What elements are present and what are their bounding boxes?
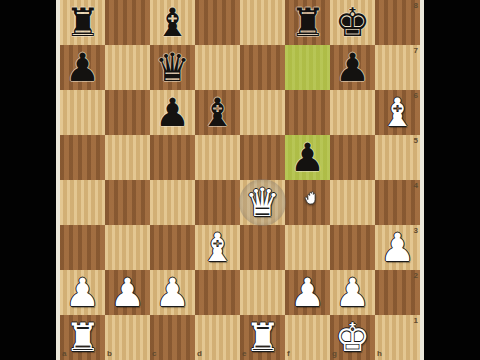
square-h1[interactable]: h1 [375, 315, 420, 360]
rank-label-1: 1 [414, 317, 418, 325]
black-rook[interactable]: ♜ [285, 0, 330, 45]
black-pawn[interactable]: ♟ [60, 45, 105, 90]
square-g8[interactable]: ♚ [330, 0, 375, 45]
square-f7[interactable] [285, 45, 330, 90]
square-h6[interactable]: 6♝ [375, 90, 420, 135]
black-pawn[interactable]: ♟ [330, 45, 375, 90]
square-a7[interactable]: ♟ [60, 45, 105, 90]
square-a1[interactable]: a♜ [60, 315, 105, 360]
black-bishop[interactable]: ♝ [195, 90, 240, 135]
square-a6[interactable] [60, 90, 105, 135]
square-d7[interactable] [195, 45, 240, 90]
square-h4[interactable]: 4 [375, 180, 420, 225]
square-d6[interactable]: ♝ [195, 90, 240, 135]
file-label-f: f [287, 350, 290, 358]
white-king[interactable]: ♚ [330, 315, 375, 360]
square-c5[interactable] [150, 135, 195, 180]
square-c3[interactable] [150, 225, 195, 270]
white-rook[interactable]: ♜ [240, 315, 285, 360]
file-label-h: h [377, 350, 382, 358]
rank-label-2: 2 [414, 272, 418, 280]
square-h5[interactable]: 5 [375, 135, 420, 180]
square-h2[interactable]: 2 [375, 270, 420, 315]
square-f2[interactable]: ♟ [285, 270, 330, 315]
square-c4[interactable] [150, 180, 195, 225]
square-b4[interactable] [105, 180, 150, 225]
square-b5[interactable] [105, 135, 150, 180]
square-h8[interactable]: 8 [375, 0, 420, 45]
white-bishop[interactable]: ♝ [375, 90, 420, 135]
black-king[interactable]: ♚ [330, 0, 375, 45]
square-e1[interactable]: e♜ [240, 315, 285, 360]
square-b3[interactable] [105, 225, 150, 270]
square-g7[interactable]: ♟ [330, 45, 375, 90]
square-a4[interactable] [60, 180, 105, 225]
square-g5[interactable] [330, 135, 375, 180]
square-d1[interactable]: d [195, 315, 240, 360]
square-a8[interactable]: ♜ [60, 0, 105, 45]
square-e2[interactable] [240, 270, 285, 315]
square-h7[interactable]: 7 [375, 45, 420, 90]
white-pawn[interactable]: ♟ [330, 270, 375, 315]
square-b6[interactable] [105, 90, 150, 135]
white-queen[interactable]: ♛ [240, 180, 285, 225]
square-f3[interactable] [285, 225, 330, 270]
square-d5[interactable] [195, 135, 240, 180]
square-a5[interactable] [60, 135, 105, 180]
black-bishop[interactable]: ♝ [150, 0, 195, 45]
black-pawn[interactable]: ♟ [285, 135, 330, 180]
black-rook[interactable]: ♜ [60, 0, 105, 45]
square-b1[interactable]: b [105, 315, 150, 360]
square-e8[interactable] [240, 0, 285, 45]
square-g2[interactable]: ♟ [330, 270, 375, 315]
square-b7[interactable] [105, 45, 150, 90]
white-pawn[interactable]: ♟ [105, 270, 150, 315]
square-e4[interactable]: ♛ [240, 180, 285, 225]
square-c8[interactable]: ♝ [150, 0, 195, 45]
black-queen[interactable]: ♛ [150, 45, 195, 90]
square-a2[interactable]: ♟ [60, 270, 105, 315]
hand-cursor-icon [303, 188, 319, 208]
rank-label-7: 7 [414, 47, 418, 55]
square-e6[interactable] [240, 90, 285, 135]
rank-label-8: 8 [414, 2, 418, 10]
square-f8[interactable]: ♜ [285, 0, 330, 45]
square-a3[interactable] [60, 225, 105, 270]
board-frame: ♜♝♜♚8♟♛♟7♟♝6♝♟5♛4♝3♟♟♟♟♟♟2a♜bcde♜fg♚h1 [56, 0, 424, 360]
chess-board[interactable]: ♜♝♜♚8♟♛♟7♟♝6♝♟5♛4♝3♟♟♟♟♟♟2a♜bcde♜fg♚h1 [60, 0, 420, 360]
square-e7[interactable] [240, 45, 285, 90]
square-g6[interactable] [330, 90, 375, 135]
square-c2[interactable]: ♟ [150, 270, 195, 315]
square-h3[interactable]: 3♟ [375, 225, 420, 270]
white-pawn[interactable]: ♟ [60, 270, 105, 315]
square-d4[interactable] [195, 180, 240, 225]
square-f1[interactable]: f [285, 315, 330, 360]
square-g4[interactable] [330, 180, 375, 225]
white-rook[interactable]: ♜ [60, 315, 105, 360]
rank-label-4: 4 [414, 182, 418, 190]
square-c1[interactable]: c [150, 315, 195, 360]
white-pawn[interactable]: ♟ [375, 225, 420, 270]
square-c6[interactable]: ♟ [150, 90, 195, 135]
file-label-b: b [107, 350, 112, 358]
square-d8[interactable] [195, 0, 240, 45]
white-bishop[interactable]: ♝ [195, 225, 240, 270]
file-label-c: c [152, 350, 156, 358]
square-b2[interactable]: ♟ [105, 270, 150, 315]
square-e3[interactable] [240, 225, 285, 270]
square-f5[interactable]: ♟ [285, 135, 330, 180]
square-f6[interactable] [285, 90, 330, 135]
rank-label-5: 5 [414, 137, 418, 145]
square-e5[interactable] [240, 135, 285, 180]
black-pawn[interactable]: ♟ [150, 90, 195, 135]
square-c7[interactable]: ♛ [150, 45, 195, 90]
white-pawn[interactable]: ♟ [285, 270, 330, 315]
file-label-d: d [197, 350, 202, 358]
square-g1[interactable]: g♚ [330, 315, 375, 360]
white-pawn[interactable]: ♟ [150, 270, 195, 315]
letterbox-right [424, 0, 480, 360]
square-b8[interactable] [105, 0, 150, 45]
letterbox-left [0, 0, 56, 360]
square-d3[interactable]: ♝ [195, 225, 240, 270]
square-g3[interactable] [330, 225, 375, 270]
square-d2[interactable] [195, 270, 240, 315]
